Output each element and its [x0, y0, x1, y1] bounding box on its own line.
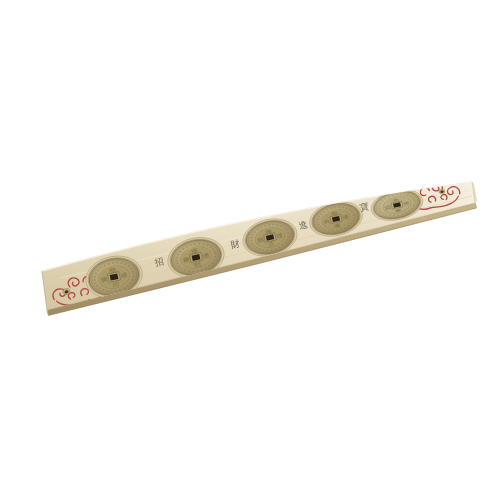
product-photo-stage: 順 通 治 寶 康 通 熙 寶: [0, 0, 500, 500]
five-emperor-coins-board: 順 通 治 寶 康 通 熙 寶: [0, 0, 500, 500]
blessing-character-2: 財: [229, 238, 241, 250]
blessing-character-1: 招: [153, 256, 165, 268]
